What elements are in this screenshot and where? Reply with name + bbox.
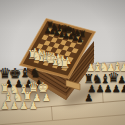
photo-scene: ♜♞♝♛♚♝♞♜♟♟♟♟♟♟♟♟♟♟♟♟♟♟♟♟♜♞♝♛♚♝♞♜ ♛♚♝♞♟♟♟… <box>0 0 125 125</box>
chess-box <box>0 0 125 125</box>
